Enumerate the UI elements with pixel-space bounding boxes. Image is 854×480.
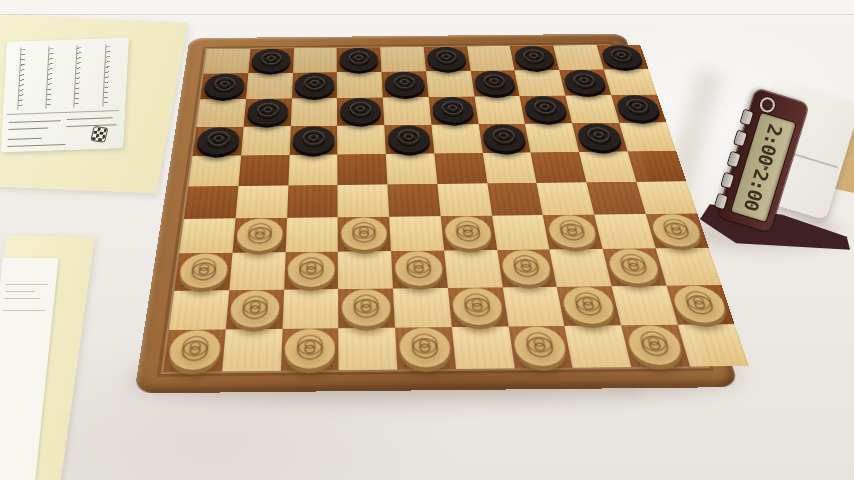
white-man[interactable]: ●◎ <box>620 319 688 361</box>
square-46[interactable]: ●◎ <box>163 329 225 372</box>
white-man[interactable]: ●◎ <box>284 247 338 284</box>
black-man[interactable]: ●◎ <box>428 93 477 121</box>
light-square <box>241 126 290 155</box>
white-man[interactable]: ●◎ <box>556 281 620 320</box>
white-man[interactable]: ●◎ <box>338 283 394 323</box>
black-man[interactable]: ●◎ <box>423 43 470 68</box>
black-man[interactable]: ●◎ <box>292 69 337 95</box>
square-12[interactable]: ●◎ <box>337 98 384 126</box>
piece-engraving-ring: ◎ <box>404 252 434 276</box>
piece-engraving-ring: ◎ <box>522 327 557 354</box>
square-36[interactable]: ●◎ <box>174 253 232 290</box>
square-34[interactable]: ●◎ <box>543 215 603 250</box>
square-10[interactable]: ●◎ <box>559 70 611 96</box>
piece-engraving-ring: ◎ <box>301 126 326 145</box>
piece-engraving-ring: ◎ <box>583 123 613 142</box>
board-grid: ●◎●◎●◎●◎●◎●◎●◎●◎●◎●◎●◎●◎●◎●◎●◎●◎●◎●◎●◎●◎… <box>163 45 706 372</box>
white-man[interactable]: ●◎ <box>602 244 665 281</box>
piece-engraving-ring: ◎ <box>615 249 649 273</box>
piece-engraving-ring: ◎ <box>607 45 635 61</box>
white-man[interactable]: ●◎ <box>395 322 455 364</box>
piece-engraving-ring: ◎ <box>246 219 275 242</box>
light-square <box>339 327 398 370</box>
piece-engraving-ring: ◎ <box>351 289 381 315</box>
black-man[interactable]: ●◎ <box>478 120 530 149</box>
light-square <box>579 151 636 182</box>
piece-engraving-ring: ◎ <box>461 288 493 314</box>
white-man[interactable]: ●◎ <box>542 210 601 245</box>
square-39[interactable]: ●◎ <box>497 250 557 287</box>
square-43[interactable]: ●◎ <box>448 287 508 327</box>
square-41[interactable]: ●◎ <box>226 289 284 329</box>
clock-button-3[interactable] <box>728 152 740 167</box>
white-man[interactable]: ●◎ <box>175 248 233 285</box>
square-6[interactable]: ●◎ <box>200 73 248 99</box>
light-square <box>188 155 240 186</box>
piece-engraving-ring: ◎ <box>453 217 483 239</box>
white-man[interactable]: ●◎ <box>281 323 339 365</box>
piece-engraving-ring: ◎ <box>295 329 326 356</box>
piece-engraving-ring: ◎ <box>303 73 327 90</box>
piece-engraving-ring: ◎ <box>509 251 541 275</box>
square-50[interactable]: ●◎ <box>621 325 690 368</box>
light-square <box>482 152 536 183</box>
black-man[interactable]: ●◎ <box>337 94 384 122</box>
square-11[interactable]: ●◎ <box>243 99 291 127</box>
black-man[interactable]: ●◎ <box>201 70 249 96</box>
draughts-board: ●◎●◎●◎●◎●◎●◎●◎●◎●◎●◎●◎●◎●◎●◎●◎●◎●◎●◎●◎●◎… <box>134 34 739 394</box>
white-man[interactable]: ●◎ <box>338 213 391 248</box>
light-square <box>619 122 676 151</box>
piece-engraving-ring: ◎ <box>297 253 326 277</box>
square-32[interactable]: ●◎ <box>338 217 391 252</box>
square-20[interactable]: ●◎ <box>572 123 627 152</box>
white-man[interactable]: ●◎ <box>440 211 496 246</box>
square-48[interactable]: ●◎ <box>395 327 456 370</box>
white-man[interactable]: ●◎ <box>507 320 571 362</box>
square-7[interactable]: ●◎ <box>291 72 337 98</box>
square-22[interactable] <box>337 154 387 185</box>
tournament-table-scene: ●◎●◎●◎●◎●◎●◎●◎●◎●◎●◎●◎●◎●◎●◎●◎●◎●◎●◎●◎●◎… <box>0 0 854 480</box>
square-21[interactable] <box>238 155 289 186</box>
square-3[interactable]: ●◎ <box>423 47 470 72</box>
square-38[interactable]: ●◎ <box>391 251 448 288</box>
square-19[interactable]: ●◎ <box>478 124 531 153</box>
black-man[interactable]: ●◎ <box>509 43 558 68</box>
square-42[interactable]: ●◎ <box>338 288 395 328</box>
white-man[interactable]: ●◎ <box>391 246 447 283</box>
clock-time-right: 2:00 <box>740 167 773 213</box>
square-40[interactable]: ●◎ <box>603 249 667 286</box>
clock-button-1[interactable] <box>741 110 753 125</box>
square-4[interactable]: ●◎ <box>510 46 559 71</box>
square-5[interactable]: ●◎ <box>597 45 649 70</box>
piece-engraving-ring: ◎ <box>205 127 232 146</box>
square-25[interactable] <box>627 151 686 182</box>
piece-engraving-ring: ◎ <box>408 328 440 355</box>
light-square <box>222 329 282 372</box>
white-man[interactable]: ●◎ <box>496 245 556 282</box>
black-man[interactable]: ●◎ <box>596 42 647 67</box>
light-square <box>386 153 437 184</box>
square-28[interactable] <box>387 184 440 217</box>
square-8[interactable]: ●◎ <box>381 71 428 97</box>
clock-button-4[interactable] <box>721 173 733 188</box>
piece-engraving-ring: ◎ <box>622 95 652 113</box>
square-33[interactable]: ●◎ <box>440 216 496 251</box>
light-square <box>452 326 515 369</box>
light-square <box>565 325 632 368</box>
square-14[interactable]: ●◎ <box>520 96 572 124</box>
piece-engraving-ring: ◎ <box>179 330 212 357</box>
square-44[interactable]: ●◎ <box>557 286 621 326</box>
piece-engraving-ring: ◎ <box>395 125 421 144</box>
black-man[interactable]: ●◎ <box>558 66 610 92</box>
clock-button-2[interactable] <box>734 131 746 146</box>
black-man[interactable]: ●◎ <box>289 122 337 151</box>
square-18[interactable]: ●◎ <box>384 124 434 153</box>
black-man[interactable]: ●◎ <box>470 67 519 93</box>
piece-engraving-ring: ◎ <box>555 215 587 237</box>
piece-engraving-ring: ◎ <box>489 124 517 143</box>
square-13[interactable]: ●◎ <box>428 97 478 125</box>
piece-engraving-ring: ◎ <box>189 254 220 278</box>
square-16[interactable]: ●◎ <box>193 126 244 155</box>
clock-power-button[interactable] <box>758 96 777 115</box>
light-square <box>288 154 338 185</box>
piece-engraving-ring: ◎ <box>658 214 692 236</box>
square-47[interactable]: ●◎ <box>280 328 338 371</box>
piece-engraving-ring: ◎ <box>531 96 559 114</box>
black-man[interactable]: ●◎ <box>519 92 571 120</box>
black-man[interactable]: ●◎ <box>384 121 434 150</box>
piece-engraving-ring: ◎ <box>392 72 417 89</box>
piece-engraving-ring: ◎ <box>520 46 546 62</box>
square-29[interactable] <box>487 183 543 216</box>
piece-engraving-ring: ◎ <box>350 218 378 240</box>
black-man[interactable]: ●◎ <box>571 119 626 148</box>
square-17[interactable]: ●◎ <box>289 125 337 154</box>
clock-button-5[interactable] <box>715 194 727 209</box>
clock-time-left: 2:00 <box>754 122 787 168</box>
square-27[interactable] <box>287 185 338 218</box>
piece-engraving-ring: ◎ <box>635 325 672 352</box>
light-square <box>337 125 385 154</box>
black-man[interactable]: ●◎ <box>381 68 428 94</box>
piece-engraving-ring: ◎ <box>570 287 605 313</box>
square-24[interactable] <box>531 152 587 183</box>
light-square <box>525 123 579 152</box>
white-man[interactable]: ●◎ <box>226 284 284 324</box>
square-49[interactable]: ●◎ <box>508 326 573 369</box>
piece-engraving-ring: ◎ <box>240 290 271 316</box>
piece-engraving-ring: ◎ <box>434 47 459 63</box>
piece-engraving-ring: ◎ <box>212 74 237 91</box>
square-23[interactable] <box>434 153 487 184</box>
white-man[interactable]: ●◎ <box>447 282 507 322</box>
square-31[interactable]: ●◎ <box>232 218 286 253</box>
white-man[interactable]: ●◎ <box>233 214 287 249</box>
light-square <box>431 124 482 153</box>
square-2[interactable]: ●◎ <box>337 47 382 72</box>
piece-engraving-ring: ◎ <box>570 70 598 87</box>
piece-engraving-ring: ◎ <box>347 48 370 64</box>
black-man[interactable]: ●◎ <box>610 91 665 118</box>
white-man[interactable]: ●◎ <box>164 324 226 366</box>
square-37[interactable]: ●◎ <box>284 252 339 289</box>
piece-engraving-ring: ◎ <box>679 286 716 311</box>
piece-engraving-ring: ◎ <box>255 99 280 117</box>
piece-engraving-ring: ◎ <box>348 98 373 116</box>
piece-engraving-ring: ◎ <box>481 71 507 88</box>
black-man[interactable]: ●◎ <box>193 123 244 152</box>
black-man[interactable]: ●◎ <box>244 95 292 123</box>
square-26[interactable] <box>184 186 238 219</box>
square-15[interactable]: ●◎ <box>611 95 666 123</box>
square-9[interactable]: ●◎ <box>470 70 519 96</box>
piece-engraving-ring: ◎ <box>259 49 283 65</box>
piece-engraving-ring: ◎ <box>439 97 465 115</box>
black-man[interactable]: ●◎ <box>248 45 293 70</box>
square-1[interactable]: ●◎ <box>248 48 293 73</box>
black-man[interactable]: ●◎ <box>337 44 381 69</box>
